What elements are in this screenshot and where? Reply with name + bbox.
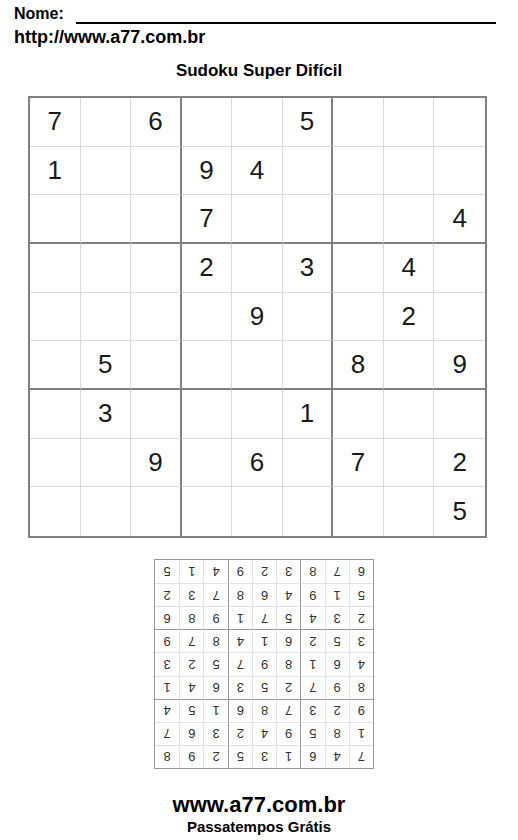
solution-cell-r1c1: 7: [349, 745, 373, 768]
solution-cell-r6c1: 3: [349, 629, 373, 652]
solution-cell-r2c4: 9: [276, 722, 300, 745]
solution-cell-r7c2: 3: [325, 606, 349, 629]
cell-r9c4[interactable]: [182, 487, 233, 536]
cell-r3c3[interactable]: [131, 195, 182, 244]
cell-r1c2[interactable]: [81, 98, 132, 147]
cell-r4c1[interactable]: [30, 244, 81, 293]
solution-cell-r8c4: 4: [276, 583, 300, 606]
solution-cell-r1c4: 1: [276, 745, 300, 768]
cell-r7c3[interactable]: [131, 390, 182, 439]
cell-r8c3: 9: [131, 439, 182, 488]
cell-r1c5[interactable]: [232, 98, 283, 147]
cell-r6c3[interactable]: [131, 341, 182, 390]
cell-r5c1[interactable]: [30, 293, 81, 342]
cell-r5c6[interactable]: [283, 293, 334, 342]
cell-r1c6: 5: [283, 98, 334, 147]
solution-cell-r4c7: 6: [203, 676, 227, 699]
cell-r6c7: 8: [333, 341, 384, 390]
cell-r5c5: 9: [232, 293, 283, 342]
solution-cell-r9c2: 7: [325, 560, 349, 583]
solution-cell-r6c5: 1: [252, 629, 276, 652]
solution-cell-r2c5: 4: [252, 722, 276, 745]
cell-r7c2: 3: [81, 390, 132, 439]
cell-r3c8[interactable]: [384, 195, 435, 244]
solution-cell-r1c5: 3: [252, 745, 276, 768]
solution-cell-r5c5: 9: [252, 652, 276, 675]
solution-cell-r4c3: 7: [300, 676, 324, 699]
footer-site-text: www.a77.com.br: [0, 792, 518, 818]
cell-r2c8[interactable]: [384, 147, 435, 196]
cell-r5c7[interactable]: [333, 293, 384, 342]
solution-cell-r3c3: 3: [300, 699, 324, 722]
solution-cell-r2c3: 5: [300, 722, 324, 745]
solution-cell-r3c6: 6: [228, 699, 252, 722]
cell-r2c1: 1: [30, 147, 81, 196]
name-write-line: [76, 5, 496, 24]
cell-r3c5[interactable]: [232, 195, 283, 244]
cell-r7c8[interactable]: [384, 390, 435, 439]
solution-cell-r8c3: 9: [300, 583, 324, 606]
cell-r1c3: 6: [131, 98, 182, 147]
cell-r1c9[interactable]: [434, 98, 485, 147]
solution-cell-r9c1: 6: [349, 560, 373, 583]
solution-cell-r6c6: 4: [228, 629, 252, 652]
solution-cell-r4c6: 3: [228, 676, 252, 699]
cell-r9c8[interactable]: [384, 487, 435, 536]
solution-cell-r8c2: 1: [325, 583, 349, 606]
cell-r7c7[interactable]: [333, 390, 384, 439]
solution-cell-r7c1: 2: [349, 606, 373, 629]
solution-cell-r9c4: 3: [276, 560, 300, 583]
cell-r9c6[interactable]: [283, 487, 334, 536]
cell-r7c1[interactable]: [30, 390, 81, 439]
cell-r3c7[interactable]: [333, 195, 384, 244]
cell-r8c2[interactable]: [81, 439, 132, 488]
footer-tagline: Passatempos Grátis: [0, 818, 518, 835]
solution-cell-r7c7: 9: [203, 606, 227, 629]
solution-cell-r4c9: 1: [155, 676, 179, 699]
cell-r4c7[interactable]: [333, 244, 384, 293]
cell-r9c1[interactable]: [30, 487, 81, 536]
solution-grid-rotated: 7461352981859423679237861548972536414618…: [154, 559, 374, 769]
cell-r7c4[interactable]: [182, 390, 233, 439]
site-url-text: http://www.a77.com.br: [14, 27, 205, 48]
solution-cell-r7c9: 6: [155, 606, 179, 629]
cell-r8c4[interactable]: [182, 439, 233, 488]
solution-cell-r4c4: 2: [276, 676, 300, 699]
cell-r6c2: 5: [81, 341, 132, 390]
solution-cell-r1c3: 6: [300, 745, 324, 768]
cell-r7c9[interactable]: [434, 390, 485, 439]
solution-cell-r8c8: 3: [179, 583, 203, 606]
cell-r3c4: 7: [182, 195, 233, 244]
sudoku-grid: 76519474234925893196725: [28, 96, 487, 538]
solution-cell-r5c4: 8: [276, 652, 300, 675]
cell-r1c7[interactable]: [333, 98, 384, 147]
cell-r2c5: 4: [232, 147, 283, 196]
cell-r9c9: 5: [434, 487, 485, 536]
solution-cell-r1c8: 9: [179, 745, 203, 768]
cell-r8c9: 2: [434, 439, 485, 488]
name-row: Nome:: [14, 4, 496, 24]
name-label: Nome:: [14, 4, 64, 24]
cell-r7c6: 1: [283, 390, 334, 439]
solution-cell-r7c4: 5: [276, 606, 300, 629]
solution-cell-r5c3: 1: [300, 652, 324, 675]
cell-r9c5[interactable]: [232, 487, 283, 536]
solution-cell-r3c5: 8: [252, 699, 276, 722]
cell-r8c7: 7: [333, 439, 384, 488]
cell-r9c7[interactable]: [333, 487, 384, 536]
solution-cell-r7c8: 8: [179, 606, 203, 629]
cell-r2c9[interactable]: [434, 147, 485, 196]
cell-r3c6[interactable]: [283, 195, 334, 244]
solution-cell-r9c6: 9: [228, 560, 252, 583]
cell-r2c7[interactable]: [333, 147, 384, 196]
cell-r6c4[interactable]: [182, 341, 233, 390]
cell-r3c9: 4: [434, 195, 485, 244]
solution-cell-r8c5: 6: [252, 583, 276, 606]
cell-r1c4[interactable]: [182, 98, 233, 147]
solution-cell-r3c8: 5: [179, 699, 203, 722]
solution-cell-r9c5: 2: [252, 560, 276, 583]
cell-r8c8[interactable]: [384, 439, 435, 488]
solution-cell-r6c9: 9: [155, 629, 179, 652]
cell-r2c3[interactable]: [131, 147, 182, 196]
solution-cell-r8c7: 7: [203, 583, 227, 606]
solution-cell-r5c2: 6: [325, 652, 349, 675]
solution-cell-r6c3: 2: [300, 629, 324, 652]
cell-r6c1[interactable]: [30, 341, 81, 390]
solution-cell-r2c1: 1: [349, 722, 373, 745]
solution-cell-r8c1: 5: [349, 583, 373, 606]
solution-cell-r9c8: 1: [179, 560, 203, 583]
solution-cell-r9c3: 8: [300, 560, 324, 583]
cell-r8c5: 6: [232, 439, 283, 488]
solution-cell-r3c2: 2: [325, 699, 349, 722]
solution-cell-r7c6: 1: [228, 606, 252, 629]
cell-r2c2[interactable]: [81, 147, 132, 196]
solution-cell-r1c7: 2: [203, 745, 227, 768]
cell-r8c6[interactable]: [283, 439, 334, 488]
solution-cell-r2c9: 7: [155, 722, 179, 745]
solution-cell-r5c8: 2: [179, 652, 203, 675]
solution-cell-r9c7: 4: [203, 560, 227, 583]
solution-cell-r5c7: 5: [203, 652, 227, 675]
solution-cell-r7c5: 7: [252, 606, 276, 629]
cell-r2c4: 9: [182, 147, 233, 196]
cell-r3c1[interactable]: [30, 195, 81, 244]
cell-r9c3[interactable]: [131, 487, 182, 536]
cell-r6c8[interactable]: [384, 341, 435, 390]
solution-cell-r2c8: 6: [179, 722, 203, 745]
solution-cell-r1c9: 8: [155, 745, 179, 768]
cell-r9c2[interactable]: [81, 487, 132, 536]
solution-cell-r5c6: 7: [228, 652, 252, 675]
solution-cell-r2c2: 8: [325, 722, 349, 745]
solution-cell-r4c8: 4: [179, 676, 203, 699]
solution-cell-r6c8: 7: [179, 629, 203, 652]
cell-r4c3[interactable]: [131, 244, 182, 293]
cell-r6c6[interactable]: [283, 341, 334, 390]
solution-cell-r7c3: 4: [300, 606, 324, 629]
solution-cell-r4c1: 8: [349, 676, 373, 699]
solution-cell-r9c9: 5: [155, 560, 179, 583]
solution-cell-r2c7: 3: [203, 722, 227, 745]
solution-cell-r4c5: 5: [252, 676, 276, 699]
cell-r5c2[interactable]: [81, 293, 132, 342]
solution-cell-r1c6: 5: [228, 745, 252, 768]
solution-cell-r3c4: 7: [276, 699, 300, 722]
cell-r5c4[interactable]: [182, 293, 233, 342]
solution-cell-r5c9: 3: [155, 652, 179, 675]
solution-cell-r6c4: 6: [276, 629, 300, 652]
cell-r4c4: 2: [182, 244, 233, 293]
cell-r4c9[interactable]: [434, 244, 485, 293]
solution-cell-r4c2: 9: [325, 676, 349, 699]
solution-cell-r2c6: 2: [228, 722, 252, 745]
solution-cell-r6c2: 5: [325, 629, 349, 652]
solution-cell-r8c6: 8: [228, 583, 252, 606]
cell-r4c8: 4: [384, 244, 435, 293]
cell-r5c8: 2: [384, 293, 435, 342]
solution-cell-r3c7: 1: [203, 699, 227, 722]
cell-r4c2[interactable]: [81, 244, 132, 293]
cell-r1c8[interactable]: [384, 98, 435, 147]
solution-cell-r3c9: 4: [155, 699, 179, 722]
solution-cell-r6c7: 8: [203, 629, 227, 652]
cell-r5c3[interactable]: [131, 293, 182, 342]
solution-cell-r1c2: 4: [325, 745, 349, 768]
cell-r6c5[interactable]: [232, 341, 283, 390]
cell-r4c6: 3: [283, 244, 334, 293]
solution-cell-r5c1: 4: [349, 652, 373, 675]
page-title: Sudoku Super Difícil: [0, 61, 518, 81]
cell-r2c6[interactable]: [283, 147, 334, 196]
cell-r7c5[interactable]: [232, 390, 283, 439]
cell-r8c1[interactable]: [30, 439, 81, 488]
cell-r1c1: 7: [30, 98, 81, 147]
cell-r5c9[interactable]: [434, 293, 485, 342]
cell-r6c9: 9: [434, 341, 485, 390]
cell-r4c5[interactable]: [232, 244, 283, 293]
cell-r3c2[interactable]: [81, 195, 132, 244]
solution-cell-r8c9: 2: [155, 583, 179, 606]
solution-cell-r3c1: 9: [349, 699, 373, 722]
